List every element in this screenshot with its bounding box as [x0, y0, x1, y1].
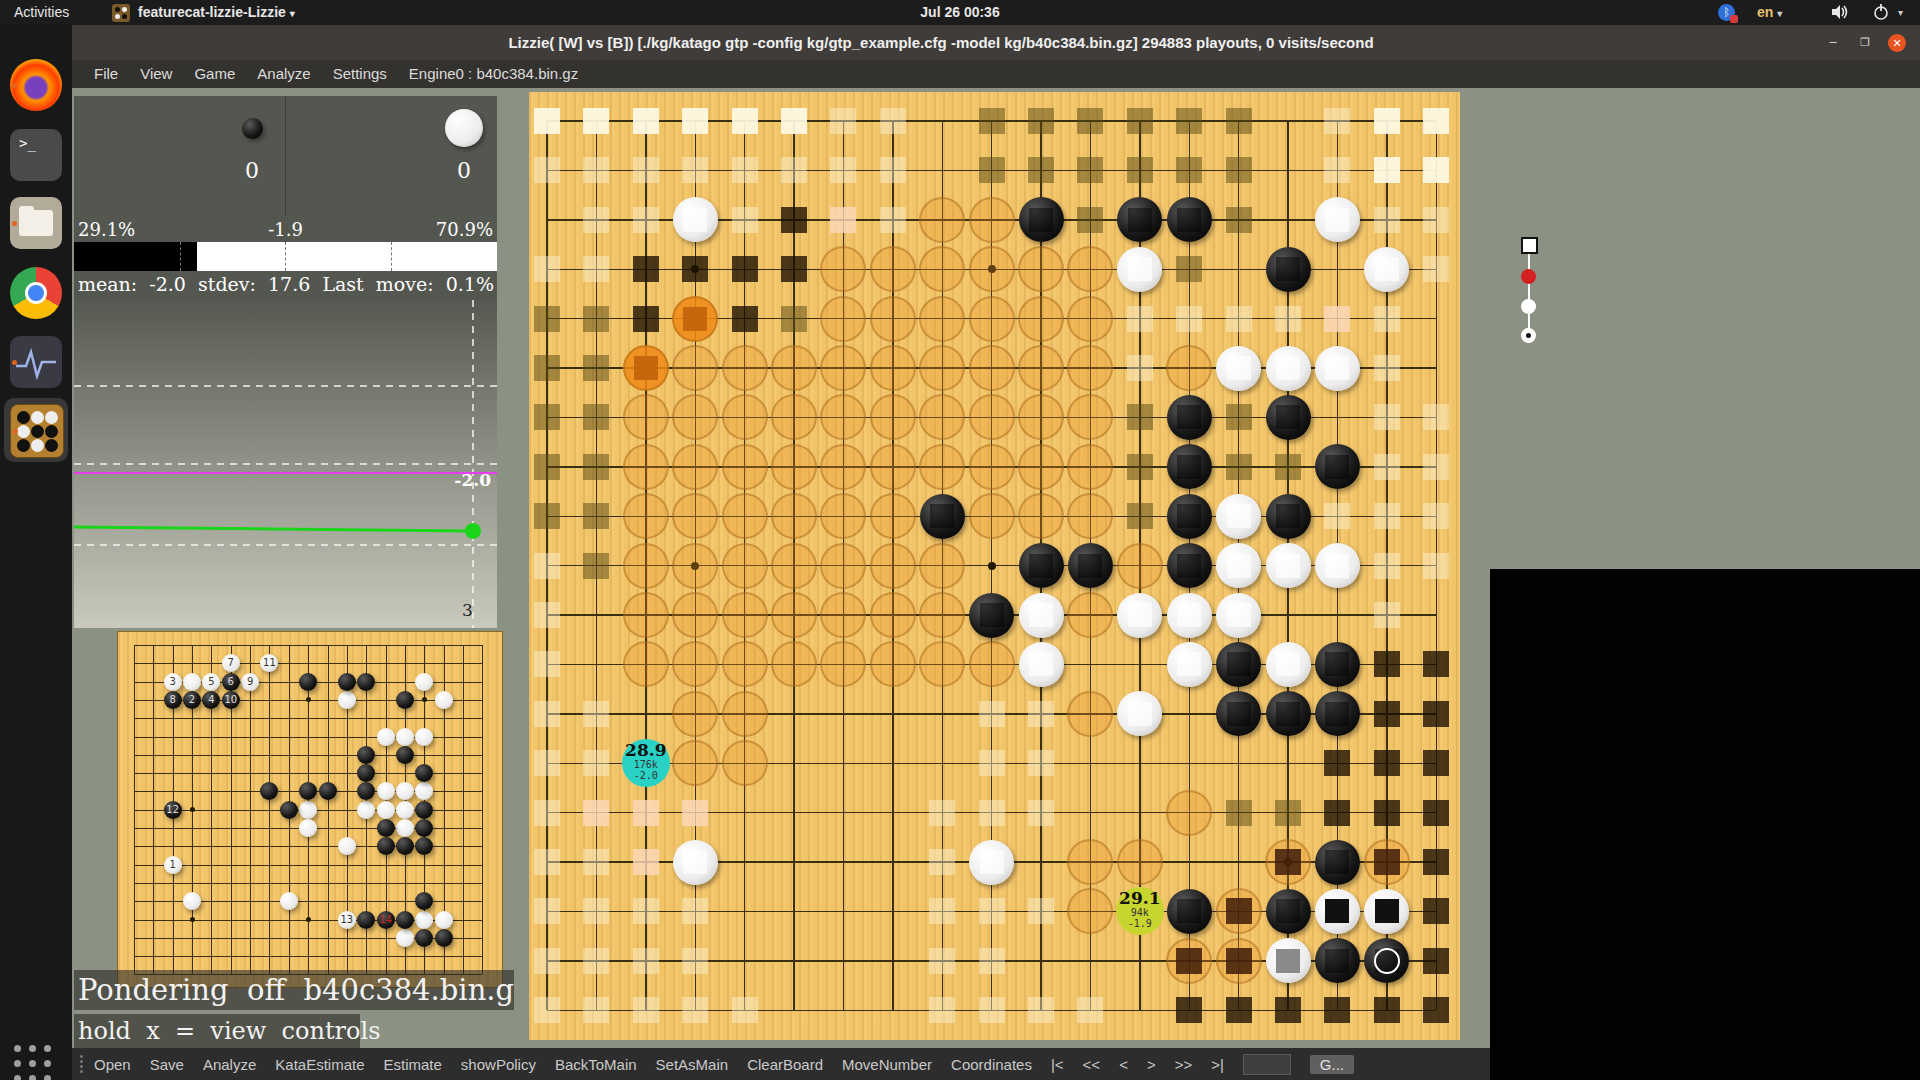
star-point: [422, 697, 427, 702]
white-stone-S3: [1364, 889, 1409, 934]
ownership-square: [1077, 157, 1103, 183]
ownership-square: [534, 948, 560, 974]
ownership-circle: [771, 444, 817, 490]
ownership-square: [534, 454, 560, 480]
ownership-circle: [623, 543, 669, 589]
ownership-circle: [1117, 543, 1163, 589]
ownership-circle: [672, 493, 718, 539]
ownership-circle: [820, 493, 866, 539]
ownership-square: [830, 207, 856, 233]
menu-engine0[interactable]: Engine0 : b40c384.bin.gz: [409, 60, 578, 88]
ownership-square: [633, 108, 659, 134]
white-stone-R17: [1315, 197, 1360, 242]
ownership-square: [1324, 108, 1350, 134]
toolbar-more-button[interactable]: G...: [1310, 1055, 1354, 1074]
ownership-circle: [919, 641, 965, 687]
ownership-square: [1374, 355, 1400, 381]
ownership-square: [1077, 997, 1103, 1023]
ownership-square: [1324, 997, 1350, 1023]
black-stone: [357, 782, 375, 800]
ownership-circle: [771, 345, 817, 391]
black-stone: [260, 782, 278, 800]
ownership-square: [1374, 108, 1400, 134]
toolbar-backtomain[interactable]: BackToMain: [555, 1056, 637, 1073]
ownership-circle: [1018, 246, 1064, 292]
ownership-circle: [722, 691, 768, 737]
ownership-square: [1374, 404, 1400, 430]
menu-game[interactable]: Game: [194, 60, 235, 88]
black-stone: [396, 746, 414, 764]
white-stone: [338, 837, 356, 855]
ownership-square: [583, 157, 609, 183]
black-stone: [415, 819, 433, 837]
ownership-square: [1226, 108, 1252, 134]
ownership-square: [929, 997, 955, 1023]
black-stone: [415, 929, 433, 947]
ownership-circle: [1067, 839, 1113, 885]
system-menu-chevron-icon[interactable]: ▾: [1898, 0, 1903, 25]
black-stone-K9: [969, 593, 1014, 638]
ownership-circle: [1067, 296, 1113, 342]
ownership-circle: [919, 197, 965, 243]
ownership-circle: [1067, 493, 1113, 539]
ownership-square: [1423, 997, 1449, 1023]
ownership-square: [534, 503, 560, 529]
ownership-square: [1226, 454, 1252, 480]
ownership-square: [1423, 948, 1449, 974]
black-stone: [357, 746, 375, 764]
ownership-circle: [623, 592, 669, 638]
ownership-square: [1374, 602, 1400, 628]
ownership-square: [682, 800, 708, 826]
toolbar-estimate[interactable]: Estimate: [384, 1056, 442, 1073]
ownership-square: [1324, 503, 1350, 529]
white-stone-D4: [673, 840, 718, 885]
ownership-circle: [1018, 345, 1064, 391]
black-stone: [396, 837, 414, 855]
black-stone: [415, 764, 433, 782]
menu-file[interactable]: File: [94, 60, 118, 88]
ownership-square: [979, 750, 1005, 776]
ownership-square: [1226, 997, 1252, 1023]
ownership-circle: [771, 543, 817, 589]
ownership-square: [1374, 701, 1400, 727]
black-stone: [319, 782, 337, 800]
white-stone: [338, 691, 356, 709]
white-stone: [396, 819, 414, 837]
ownership-square: [1423, 849, 1449, 875]
tree-node-white[interactable]: [1521, 299, 1536, 314]
ownership-square: [979, 701, 1005, 727]
ownership-square: [583, 750, 609, 776]
ownership-square: [534, 553, 560, 579]
ownership-circle: [771, 394, 817, 440]
ownership-square: [583, 898, 609, 924]
ownership-circle: [820, 246, 866, 292]
white-stone: [183, 892, 201, 910]
dock-item-chrome[interactable]: [10, 267, 62, 319]
black-stone-R4: [1315, 840, 1360, 885]
ownership-square: [583, 404, 609, 430]
white-stone: 11: [260, 654, 278, 672]
black-stone: [396, 691, 414, 709]
ownership-square: [1423, 108, 1449, 134]
os-topbar: Activities featurecat-lizzie-Lizzie ▾ Ju…: [0, 0, 1920, 25]
white-stone: [299, 819, 317, 837]
toolbar-clearboard[interactable]: ClearBoard: [747, 1056, 823, 1073]
ownership-circle: [919, 246, 965, 292]
ownership-circle: [672, 394, 718, 440]
toolbar-nav-2[interactable]: <: [1119, 1056, 1128, 1073]
menu-view[interactable]: View: [140, 60, 172, 88]
input-language-indicator[interactable]: en ▾: [1757, 0, 1782, 25]
ownership-circle: [623, 444, 669, 490]
winrate-graph[interactable]: -2.0 3: [74, 300, 497, 628]
ownership-square: [1028, 157, 1054, 183]
ownership-circle: [870, 641, 916, 687]
ownership-circle: [969, 444, 1015, 490]
ownership-square: [781, 256, 807, 282]
ownership-square: [1374, 750, 1400, 776]
ownership-circle: [623, 345, 669, 391]
tree-node-white-dot[interactable]: [1521, 328, 1536, 343]
ownership-square: [534, 256, 560, 282]
ownership-circle: [820, 394, 866, 440]
black-stone-M10: [1068, 543, 1113, 588]
ownership-square: [732, 256, 758, 282]
black-stone-Q11: [1266, 494, 1311, 539]
ownership-circle: [870, 444, 916, 490]
ownership-circle: [969, 197, 1015, 243]
ownership-square: [979, 898, 1005, 924]
ownership-square: [1374, 503, 1400, 529]
ownership-square: [633, 997, 659, 1023]
pondering-status: Pondering off b40c384.bin.g: [74, 970, 514, 1010]
star-point: [190, 807, 195, 812]
ownership-circle: [672, 592, 718, 638]
ownership-circle: [820, 592, 866, 638]
ownership-circle: [870, 296, 916, 342]
white-stone: [377, 782, 395, 800]
black-stone-J11: [920, 494, 965, 539]
ownership-square: [1176, 108, 1202, 134]
ownership-square: [1423, 701, 1449, 727]
dock-item-system-monitor[interactable]: [10, 336, 62, 388]
ownership-square: [1374, 454, 1400, 480]
white-stone-N9: [1117, 593, 1162, 638]
ownership-circle: [672, 691, 718, 737]
ownership-square: [1423, 898, 1449, 924]
ownership-square: [979, 108, 1005, 134]
black-stone: [415, 892, 433, 910]
toolbar-showpolicy[interactable]: showPolicy: [461, 1056, 536, 1073]
tree-root-node[interactable]: [1521, 237, 1538, 254]
black-capture-stone-icon: [242, 118, 263, 139]
ownership-square: [633, 849, 659, 875]
ownership-square: [1374, 651, 1400, 677]
black-stone: 14: [377, 911, 395, 929]
ownership-circle: [969, 345, 1015, 391]
toolbar-movenumber[interactable]: MoveNumber: [842, 1056, 932, 1073]
black-stone: [377, 819, 395, 837]
ownership-square: [830, 108, 856, 134]
ownership-square: [1374, 207, 1400, 233]
star-point: [988, 562, 996, 570]
black-stone-Q16: [1266, 247, 1311, 292]
white-stone: [396, 801, 414, 819]
app-grid-icon[interactable]: [14, 1045, 58, 1080]
ownership-circle: [870, 246, 916, 292]
ownership-square: [781, 157, 807, 183]
white-stone: [415, 782, 433, 800]
ownership-square: [534, 750, 560, 776]
dock-item-terminal[interactable]: >_: [10, 129, 62, 181]
white-stone: [396, 728, 414, 746]
ownership-square: [1324, 750, 1350, 776]
toolbar-nav-4[interactable]: >>: [1175, 1056, 1193, 1073]
move-number-input[interactable]: [1243, 1054, 1291, 1075]
ownership-square: [682, 997, 708, 1023]
menu-analyze[interactable]: Analyze: [257, 60, 310, 88]
ownership-circle: [1018, 296, 1064, 342]
toolbar-nav-5[interactable]: >|: [1211, 1056, 1224, 1073]
white-stone-N16: [1117, 247, 1162, 292]
ownership-square: [534, 602, 560, 628]
white-stone: [377, 801, 395, 819]
ownership-square: [583, 355, 609, 381]
variation-preview-board: 7113591136824101214: [117, 631, 503, 988]
black-stone: 8: [164, 691, 182, 709]
ownership-circle: [1166, 345, 1212, 391]
ownership-circle: [672, 296, 718, 342]
window-titlebar[interactable]: Lizzie( [W] vs [B]) [./kg/katago gtp -co…: [72, 25, 1920, 60]
black-stone: [357, 764, 375, 782]
black-stone-R7: [1315, 691, 1360, 736]
bluetooth-icon[interactable]: ᛒ: [1718, 4, 1735, 21]
ownership-circle: [919, 394, 965, 440]
ownership-square: [534, 157, 560, 183]
ownership-circle: [1166, 790, 1212, 836]
white-stone: [415, 673, 433, 691]
toolbar-nav-1[interactable]: <<: [1083, 1056, 1101, 1073]
candidate-move-C6[interactable]: 28.9176k-2.0: [622, 739, 670, 787]
ownership-circle: [969, 394, 1015, 440]
black-stone-Q13: [1266, 395, 1311, 440]
ownership-circle: [722, 543, 768, 589]
ownership-circle: [820, 444, 866, 490]
white-stone-P11: [1216, 494, 1261, 539]
ownership-square: [781, 306, 807, 332]
ownership-square: [583, 306, 609, 332]
toolbar-save[interactable]: Save: [150, 1056, 184, 1073]
ownership-circle: [969, 296, 1015, 342]
candidate-move-N3[interactable]: 29.194k-1.9: [1116, 887, 1164, 935]
white-stone-Q2: [1266, 938, 1311, 983]
toolbar-nav-3[interactable]: >: [1147, 1056, 1156, 1073]
black-stone: 2: [183, 691, 201, 709]
ownership-circle: [870, 345, 916, 391]
ownership-square: [1423, 404, 1449, 430]
white-stone-K4: [969, 840, 1014, 885]
ownership-circle: [771, 493, 817, 539]
close-button[interactable]: ✕: [1888, 34, 1906, 52]
star-point: [190, 917, 195, 922]
ownership-circle: [722, 345, 768, 391]
ownership-square: [534, 800, 560, 826]
black-stone: [280, 801, 298, 819]
ownership-circle: [722, 592, 768, 638]
toolbar-open[interactable]: Open: [94, 1056, 131, 1073]
ownership-square: [633, 898, 659, 924]
black-stone: 12: [164, 801, 182, 819]
white-stone: 3: [164, 673, 182, 691]
black-stone-O3: [1167, 889, 1212, 934]
move-tree-panel[interactable]: [1490, 88, 1920, 569]
ownership-square: [534, 651, 560, 677]
white-stone: 7: [222, 654, 240, 672]
ownership-circle: [1265, 839, 1311, 885]
dock-item-files[interactable]: [10, 197, 62, 249]
ownership-circle: [870, 592, 916, 638]
ownership-circle: [820, 345, 866, 391]
black-stone: [377, 837, 395, 855]
black-stone-S2: [1364, 938, 1409, 983]
ownership-square: [1077, 108, 1103, 134]
ownership-square: [1324, 800, 1350, 826]
ownership-square: [1226, 404, 1252, 430]
ownership-circle: [1166, 938, 1212, 984]
ownership-square: [1028, 997, 1054, 1023]
go-board[interactable]: 28.9176k-2.029.194k-1.9: [529, 92, 1460, 1040]
ownership-circle: [969, 246, 1015, 292]
dock-item-lizzie[interactable]: [10, 404, 64, 458]
ownership-square: [929, 948, 955, 974]
ownership-square: [633, 800, 659, 826]
ownership-square: [1028, 800, 1054, 826]
ownership-circle: [771, 592, 817, 638]
black-stone: [435, 929, 453, 947]
ownership-square: [1275, 454, 1301, 480]
white-stone: [280, 892, 298, 910]
ownership-square: [633, 256, 659, 282]
ownership-square: [583, 701, 609, 727]
ownership-circle: [820, 296, 866, 342]
ownership-square: [979, 997, 1005, 1023]
ownership-square: [682, 256, 708, 282]
toolbar-coordinates[interactable]: Coordinates: [951, 1056, 1032, 1073]
ownership-circle: [1364, 839, 1410, 885]
white-stone: [415, 911, 433, 929]
clock[interactable]: Jul 26 00:36: [0, 0, 1920, 25]
ownership-square: [1226, 207, 1252, 233]
ownership-square: [732, 157, 758, 183]
ownership-circle: [969, 493, 1015, 539]
ownership-square: [633, 948, 659, 974]
toolbar-analyze[interactable]: Analyze: [203, 1056, 256, 1073]
ownership-circle: [1018, 394, 1064, 440]
ownership-square: [1275, 997, 1301, 1023]
ownership-square: [534, 306, 560, 332]
white-stone: [415, 728, 433, 746]
toolbar-nav-0[interactable]: |<: [1051, 1056, 1064, 1073]
ownership-square: [1324, 157, 1350, 183]
ownership-circle: [623, 493, 669, 539]
ownership-square: [781, 207, 807, 233]
ownership-circle: [820, 641, 866, 687]
black-stone: [357, 673, 375, 691]
black-stone: [338, 673, 356, 691]
ownership-square: [1028, 108, 1054, 134]
ownership-square: [1127, 306, 1153, 332]
ownership-square: [732, 108, 758, 134]
ownership-square: [1127, 503, 1153, 529]
ownership-circle: [1067, 592, 1113, 638]
ownership-circle: [1067, 888, 1113, 934]
white-stone-R14: [1315, 346, 1360, 391]
white-stone: 5: [202, 673, 220, 691]
black-stone-O17: [1167, 197, 1212, 242]
ownership-square: [583, 454, 609, 480]
star-point: [306, 917, 311, 922]
tree-current-red[interactable]: [1521, 269, 1536, 284]
ownership-square: [534, 898, 560, 924]
white-stone-Q10: [1266, 543, 1311, 588]
ownership-square: [1028, 898, 1054, 924]
toolbar: OpenSaveAnalyzeKataEstimateEstimateshowP…: [72, 1048, 1490, 1080]
ownership-square: [1423, 750, 1449, 776]
dock-item-firefox[interactable]: [10, 59, 62, 111]
ownership-square: [682, 898, 708, 924]
black-stone-R12: [1315, 444, 1360, 489]
controls-hint: hold x = view controls: [74, 1014, 360, 1048]
toolbar-setasmain[interactable]: SetAsMain: [656, 1056, 729, 1073]
black-capture-count: 0: [232, 158, 272, 183]
ownership-square: [1275, 306, 1301, 332]
black-stone-O13: [1167, 395, 1212, 440]
white-stone: 1: [164, 856, 182, 874]
ownership-square: [583, 997, 609, 1023]
ownership-circle: [1067, 691, 1113, 737]
screen: Activities featurecat-lizzie-Lizzie ▾ Ju…: [0, 0, 1920, 1080]
ownership-square: [583, 800, 609, 826]
ownership-square: [1423, 256, 1449, 282]
ownership-square: [1028, 701, 1054, 727]
black-stone-L17: [1019, 197, 1064, 242]
minimize-button[interactable]: –: [1824, 34, 1842, 52]
maximize-button[interactable]: ❐: [1856, 34, 1874, 52]
white-stone: 9: [241, 673, 259, 691]
menu-settings[interactable]: Settings: [333, 60, 387, 88]
winrate-bar: [74, 242, 497, 271]
toolbar-kataestimate[interactable]: KataEstimate: [275, 1056, 364, 1073]
ownership-square: [633, 207, 659, 233]
menubar: FileViewGameAnalyzeSettingsEngine0 : b40…: [72, 60, 1920, 88]
ownership-square: [1374, 997, 1400, 1023]
ownership-circle: [672, 740, 718, 786]
last-move-marker: [1374, 948, 1400, 974]
black-stone: 10: [222, 691, 240, 709]
black-stone-P7: [1216, 691, 1261, 736]
ownership-circle: [722, 740, 768, 786]
ownership-square: [732, 207, 758, 233]
white-stone: 13: [338, 911, 356, 929]
empty-panel: [1490, 569, 1920, 1080]
ownership-square: [979, 800, 1005, 826]
ownership-square: [1374, 553, 1400, 579]
toolbar-grip[interactable]: [80, 1055, 83, 1073]
black-stone: 6: [222, 673, 240, 691]
white-stone: [435, 911, 453, 929]
